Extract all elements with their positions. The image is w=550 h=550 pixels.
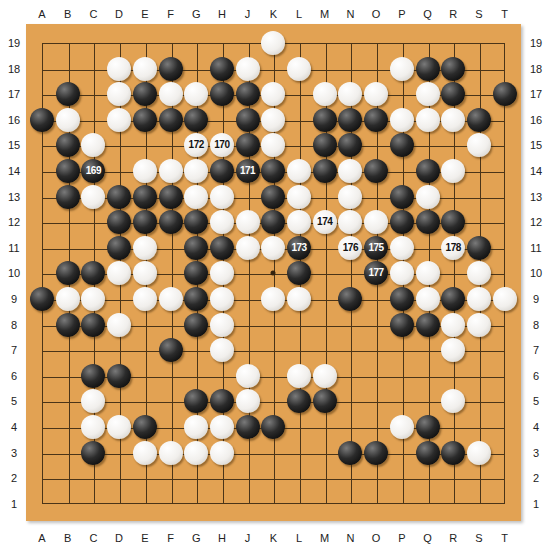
coordinate-label-left: 13 xyxy=(8,191,20,203)
black-stone-C3 xyxy=(81,441,105,465)
white-stone-N17 xyxy=(338,82,362,106)
coordinate-label-left: 4 xyxy=(11,421,17,433)
black-stone-F13 xyxy=(159,185,183,209)
coordinate-label-top: F xyxy=(167,8,174,20)
coordinate-label-bottom: R xyxy=(449,532,457,544)
black-stone-C6 xyxy=(81,364,105,388)
white-stone-D16 xyxy=(107,108,131,132)
black-stone-G11 xyxy=(184,236,208,260)
black-stone-B15 xyxy=(56,133,80,157)
black-stone-J16 xyxy=(236,108,260,132)
move-number-label: 175 xyxy=(369,243,384,253)
white-stone-G14 xyxy=(184,159,208,183)
coordinate-label-top: G xyxy=(192,8,201,20)
coordinate-label-right: 13 xyxy=(530,191,542,203)
black-stone-F7 xyxy=(159,338,183,362)
white-stone-P18 xyxy=(390,57,414,81)
coordinate-label-right: 2 xyxy=(533,472,539,484)
white-stone-E18 xyxy=(133,57,157,81)
black-stone-T17 xyxy=(493,82,517,106)
white-stone-L9 xyxy=(287,287,311,311)
move-number-label: 178 xyxy=(446,243,461,253)
coordinate-label-top: T xyxy=(501,8,508,20)
black-stone-K12 xyxy=(261,210,285,234)
white-stone-Q13 xyxy=(416,185,440,209)
black-stone-G9 xyxy=(184,287,208,311)
coordinate-label-bottom: D xyxy=(115,532,123,544)
black-stone-P9 xyxy=(390,287,414,311)
coordinate-label-right: 14 xyxy=(530,165,542,177)
coordinate-label-right: 8 xyxy=(533,319,539,331)
black-stone-L10 xyxy=(287,261,311,285)
coordinate-label-left: 16 xyxy=(8,114,20,126)
coordinate-label-left: 12 xyxy=(8,216,20,228)
coordinate-label-top: Q xyxy=(423,8,432,20)
white-stone-J11 xyxy=(236,236,260,260)
white-stone-J6 xyxy=(236,364,260,388)
black-stone-B17 xyxy=(56,82,80,106)
white-stone-F14 xyxy=(159,159,183,183)
black-stone-J15 xyxy=(236,133,260,157)
white-stone-D17 xyxy=(107,82,131,106)
coordinate-label-right: 3 xyxy=(533,447,539,459)
go-game-screenshot: 172170169171174173176175178177 AABBCCDDE… xyxy=(0,0,550,550)
black-stone-Q14 xyxy=(416,159,440,183)
black-stone-Q8 xyxy=(416,313,440,337)
white-stone-S15 xyxy=(467,133,491,157)
coordinate-label-bottom: F xyxy=(167,532,174,544)
black-stone-P12 xyxy=(390,210,414,234)
coordinate-label-right: 4 xyxy=(533,421,539,433)
white-stone-S10 xyxy=(467,261,491,285)
white-stone-K11 xyxy=(261,236,285,260)
move-number-label: 170 xyxy=(214,140,229,150)
coordinate-label-right: 15 xyxy=(530,139,542,151)
black-stone-H14 xyxy=(210,159,234,183)
coordinate-label-left: 15 xyxy=(8,139,20,151)
white-stone-E3 xyxy=(133,441,157,465)
white-stone-N13 xyxy=(338,185,362,209)
coordinate-label-left: 1 xyxy=(11,498,17,510)
white-stone-F3 xyxy=(159,441,183,465)
coordinate-label-right: 7 xyxy=(533,344,539,356)
white-stone-K17 xyxy=(261,82,285,106)
move-number-label: 174 xyxy=(317,217,332,227)
white-stone-S3 xyxy=(467,441,491,465)
coordinate-label-top: D xyxy=(115,8,123,20)
white-stone-L18 xyxy=(287,57,311,81)
black-stone-D11 xyxy=(107,236,131,260)
white-stone-L13 xyxy=(287,185,311,209)
black-stone-R3 xyxy=(441,441,465,465)
white-stone-F17 xyxy=(159,82,183,106)
white-stone-C15 xyxy=(81,133,105,157)
white-stone-K19 xyxy=(261,31,285,55)
coordinate-label-bottom: L xyxy=(296,532,302,544)
black-stone-D13 xyxy=(107,185,131,209)
white-stone-N11: 176 xyxy=(338,236,362,260)
star-point xyxy=(271,271,276,276)
white-stone-Q17 xyxy=(416,82,440,106)
black-stone-J17 xyxy=(236,82,260,106)
coordinate-label-bottom: B xyxy=(64,532,71,544)
white-stone-M17 xyxy=(313,82,337,106)
white-stone-C9 xyxy=(81,287,105,311)
coordinate-label-top: A xyxy=(38,8,45,20)
black-stone-Q3 xyxy=(416,441,440,465)
white-stone-F9 xyxy=(159,287,183,311)
black-stone-N15 xyxy=(338,133,362,157)
coordinate-label-bottom: M xyxy=(320,532,329,544)
white-stone-H4 xyxy=(210,415,234,439)
black-stone-P15 xyxy=(390,133,414,157)
coordinate-label-right: 18 xyxy=(530,63,542,75)
black-stone-M15 xyxy=(313,133,337,157)
white-stone-G17 xyxy=(184,82,208,106)
coordinate-label-top: M xyxy=(320,8,329,20)
black-stone-G5 xyxy=(184,389,208,413)
coordinate-label-bottom: S xyxy=(475,532,482,544)
white-stone-G3 xyxy=(184,441,208,465)
coordinate-label-bottom: H xyxy=(218,532,226,544)
coordinate-label-left: 8 xyxy=(11,319,17,331)
black-stone-H5 xyxy=(210,389,234,413)
white-stone-R8 xyxy=(441,313,465,337)
black-stone-N3 xyxy=(338,441,362,465)
white-stone-R11: 178 xyxy=(441,236,465,260)
white-stone-M12: 174 xyxy=(313,210,337,234)
coordinate-label-bottom: E xyxy=(141,532,148,544)
move-number-label: 171 xyxy=(240,166,255,176)
coordinate-label-bottom: A xyxy=(38,532,45,544)
black-stone-K13 xyxy=(261,185,285,209)
black-stone-G12 xyxy=(184,210,208,234)
black-stone-B10 xyxy=(56,261,80,285)
black-stone-E16 xyxy=(133,108,157,132)
coordinate-label-top: R xyxy=(449,8,457,20)
coordinate-label-top: E xyxy=(141,8,148,20)
black-stone-B8 xyxy=(56,313,80,337)
black-stone-M16 xyxy=(313,108,337,132)
white-stone-D18 xyxy=(107,57,131,81)
black-stone-N16 xyxy=(338,108,362,132)
coordinate-label-right: 9 xyxy=(533,293,539,305)
white-stone-P10 xyxy=(390,261,414,285)
white-stone-H8 xyxy=(210,313,234,337)
black-stone-B13 xyxy=(56,185,80,209)
white-stone-O17 xyxy=(364,82,388,106)
black-stone-J14: 171 xyxy=(236,159,260,183)
white-stone-H9 xyxy=(210,287,234,311)
black-stone-O14 xyxy=(364,159,388,183)
white-stone-P11 xyxy=(390,236,414,260)
coordinate-label-top: P xyxy=(398,8,405,20)
white-stone-C4 xyxy=(81,415,105,439)
black-stone-M5 xyxy=(313,389,337,413)
black-stone-R9 xyxy=(441,287,465,311)
coordinate-label-top: S xyxy=(475,8,482,20)
coordinate-label-right: 19 xyxy=(530,37,542,49)
white-stone-Q9 xyxy=(416,287,440,311)
black-stone-G8 xyxy=(184,313,208,337)
black-stone-S11 xyxy=(467,236,491,260)
white-stone-H10 xyxy=(210,261,234,285)
white-stone-G15: 172 xyxy=(184,133,208,157)
coordinate-label-left: 10 xyxy=(8,267,20,279)
black-stone-P8 xyxy=(390,313,414,337)
black-stone-A16 xyxy=(30,108,54,132)
coordinate-label-right: 1 xyxy=(533,498,539,510)
white-stone-R7 xyxy=(441,338,465,362)
white-stone-C5 xyxy=(81,389,105,413)
black-stone-O11: 175 xyxy=(364,236,388,260)
move-number-label: 176 xyxy=(343,243,358,253)
white-stone-B16 xyxy=(56,108,80,132)
coordinate-label-left: 14 xyxy=(8,165,20,177)
coordinate-label-bottom: Q xyxy=(423,532,432,544)
white-stone-O12 xyxy=(364,210,388,234)
white-stone-E9 xyxy=(133,287,157,311)
white-stone-P4 xyxy=(390,415,414,439)
white-stone-D4 xyxy=(107,415,131,439)
white-stone-J5 xyxy=(236,389,260,413)
coordinate-label-top: K xyxy=(270,8,277,20)
white-stone-E11 xyxy=(133,236,157,260)
black-stone-D12 xyxy=(107,210,131,234)
white-stone-C13 xyxy=(81,185,105,209)
black-stone-E12 xyxy=(133,210,157,234)
black-stone-C10 xyxy=(81,261,105,285)
black-stone-O3 xyxy=(364,441,388,465)
white-stone-G13 xyxy=(184,185,208,209)
black-stone-G16 xyxy=(184,108,208,132)
coordinate-label-left: 17 xyxy=(8,88,20,100)
coordinate-label-left: 9 xyxy=(11,293,17,305)
black-stone-D6 xyxy=(107,364,131,388)
white-stone-H13 xyxy=(210,185,234,209)
white-stone-N12 xyxy=(338,210,362,234)
black-stone-O16 xyxy=(364,108,388,132)
black-stone-E17 xyxy=(133,82,157,106)
move-number-label: 172 xyxy=(189,140,204,150)
coordinate-label-top: O xyxy=(372,8,381,20)
coordinate-label-top: L xyxy=(296,8,302,20)
white-stone-S9 xyxy=(467,287,491,311)
black-stone-H11 xyxy=(210,236,234,260)
coordinate-label-left: 6 xyxy=(11,370,17,382)
black-stone-C8 xyxy=(81,313,105,337)
coordinate-label-right: 10 xyxy=(530,267,542,279)
coordinate-label-right: 11 xyxy=(530,242,541,254)
coordinate-label-top: B xyxy=(64,8,71,20)
black-stone-Q12 xyxy=(416,210,440,234)
black-stone-B14 xyxy=(56,159,80,183)
black-stone-J4 xyxy=(236,415,260,439)
black-stone-L11: 173 xyxy=(287,236,311,260)
black-stone-L5 xyxy=(287,389,311,413)
black-stone-O10: 177 xyxy=(364,261,388,285)
black-stone-M14 xyxy=(313,159,337,183)
move-number-label: 169 xyxy=(86,166,101,176)
white-stone-R5 xyxy=(441,389,465,413)
white-stone-L6 xyxy=(287,364,311,388)
coordinate-label-right: 6 xyxy=(533,370,539,382)
grid-line xyxy=(43,479,504,480)
coordinate-label-bottom: P xyxy=(398,532,405,544)
black-stone-F12 xyxy=(159,210,183,234)
coordinate-label-bottom: J xyxy=(245,532,251,544)
black-stone-Q4 xyxy=(416,415,440,439)
white-stone-H7 xyxy=(210,338,234,362)
coordinate-label-top: N xyxy=(346,8,354,20)
white-stone-G4 xyxy=(184,415,208,439)
coordinate-label-bottom: K xyxy=(270,532,277,544)
white-stone-R16 xyxy=(441,108,465,132)
coordinate-label-bottom: N xyxy=(346,532,354,544)
white-stone-E14 xyxy=(133,159,157,183)
coordinate-label-left: 5 xyxy=(11,395,17,407)
coordinate-label-right: 5 xyxy=(533,395,539,407)
coordinate-label-top: J xyxy=(245,8,251,20)
white-stone-J18 xyxy=(236,57,260,81)
coordinate-label-left: 11 xyxy=(8,242,19,254)
black-stone-R17 xyxy=(441,82,465,106)
black-stone-E4 xyxy=(133,415,157,439)
coordinate-label-left: 19 xyxy=(8,37,20,49)
coordinate-label-top: C xyxy=(89,8,97,20)
black-stone-Q18 xyxy=(416,57,440,81)
coordinate-label-left: 2 xyxy=(11,472,17,484)
black-stone-K14 xyxy=(261,159,285,183)
coordinate-label-left: 18 xyxy=(8,63,20,75)
coordinate-label-bottom: G xyxy=(192,532,201,544)
white-stone-E10 xyxy=(133,261,157,285)
coordinate-label-right: 17 xyxy=(530,88,542,100)
go-board[interactable]: 172170169171174173176175178177 xyxy=(26,24,521,521)
white-stone-D10 xyxy=(107,261,131,285)
white-stone-Q16 xyxy=(416,108,440,132)
white-stone-H3 xyxy=(210,441,234,465)
move-number-label: 173 xyxy=(291,243,306,253)
white-stone-H12 xyxy=(210,210,234,234)
black-stone-C14: 169 xyxy=(81,159,105,183)
white-stone-D8 xyxy=(107,313,131,337)
black-stone-E13 xyxy=(133,185,157,209)
white-stone-P16 xyxy=(390,108,414,132)
white-stone-H15: 170 xyxy=(210,133,234,157)
white-stone-L14 xyxy=(287,159,311,183)
coordinate-label-bottom: C xyxy=(89,532,97,544)
black-stone-A9 xyxy=(30,287,54,311)
white-stone-N14 xyxy=(338,159,362,183)
coordinate-label-right: 12 xyxy=(530,216,542,228)
white-stone-Q10 xyxy=(416,261,440,285)
white-stone-R14 xyxy=(441,159,465,183)
black-stone-H18 xyxy=(210,57,234,81)
white-stone-M6 xyxy=(313,364,337,388)
black-stone-F16 xyxy=(159,108,183,132)
white-stone-B9 xyxy=(56,287,80,311)
white-stone-K15 xyxy=(261,133,285,157)
white-stone-J12 xyxy=(236,210,260,234)
coordinate-label-top: H xyxy=(218,8,226,20)
black-stone-P13 xyxy=(390,185,414,209)
black-stone-K4 xyxy=(261,415,285,439)
black-stone-R12 xyxy=(441,210,465,234)
black-stone-F18 xyxy=(159,57,183,81)
grid-line xyxy=(43,402,504,403)
white-stone-S8 xyxy=(467,313,491,337)
coordinate-label-bottom: T xyxy=(501,532,508,544)
coordinate-label-left: 3 xyxy=(11,447,17,459)
coordinate-label-right: 16 xyxy=(530,114,542,126)
coordinate-label-bottom: O xyxy=(372,532,381,544)
coordinate-label-left: 7 xyxy=(11,344,17,356)
black-stone-R18 xyxy=(441,57,465,81)
grid-line xyxy=(43,351,504,352)
white-stone-L12 xyxy=(287,210,311,234)
white-stone-K9 xyxy=(261,287,285,311)
black-stone-S16 xyxy=(467,108,491,132)
black-stone-H17 xyxy=(210,82,234,106)
white-stone-T9 xyxy=(493,287,517,311)
white-stone-K16 xyxy=(261,108,285,132)
move-number-label: 177 xyxy=(369,268,384,278)
black-stone-G10 xyxy=(184,261,208,285)
black-stone-N9 xyxy=(338,287,362,311)
